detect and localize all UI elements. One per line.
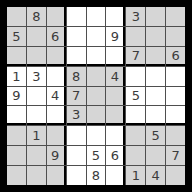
cell-r3c7[interactable]: 7 [126, 47, 145, 66]
cell-r7c9[interactable] [166, 126, 185, 145]
cell-r4c5[interactable] [87, 67, 106, 86]
cell-r8c6[interactable]: 6 [106, 146, 125, 165]
cell-r1c2[interactable]: 8 [27, 7, 46, 26]
cell-r4c9[interactable] [166, 67, 185, 86]
cell-r4c7[interactable] [126, 67, 145, 86]
cell-r6c1[interactable] [7, 106, 26, 125]
cell-r8c7[interactable] [126, 146, 145, 165]
cell-r2c7[interactable] [126, 27, 145, 46]
cell-r7c1[interactable] [7, 126, 26, 145]
cell-r5c9[interactable] [166, 87, 185, 106]
cell-r6c2[interactable] [27, 106, 46, 125]
cell-r8c9[interactable]: 7 [166, 146, 185, 165]
cell-r5c1[interactable]: 9 [7, 87, 26, 106]
cell-r2c8[interactable] [146, 27, 165, 46]
cell-r6c5[interactable] [87, 106, 106, 125]
sudoku-board: 8356976138494753159567814 [7, 7, 185, 185]
cell-r9c9[interactable] [166, 166, 185, 185]
cell-r7c3[interactable] [47, 126, 66, 145]
cell-r3c5[interactable] [87, 47, 106, 66]
cell-r6c9[interactable] [166, 106, 185, 125]
cell-r1c7[interactable]: 3 [126, 7, 145, 26]
cell-r7c2[interactable]: 1 [27, 126, 46, 145]
cell-r3c2[interactable] [27, 47, 46, 66]
cell-r6c7[interactable] [126, 106, 145, 125]
cell-r1c3[interactable] [47, 7, 66, 26]
cell-r2c5[interactable] [87, 27, 106, 46]
cell-r1c8[interactable] [146, 7, 165, 26]
cell-r5c7[interactable]: 5 [126, 87, 145, 106]
cell-r9c4[interactable] [67, 166, 86, 185]
cell-r5c6[interactable] [106, 87, 125, 106]
cell-r2c2[interactable] [27, 27, 46, 46]
cell-r4c1[interactable]: 1 [7, 67, 26, 86]
cell-r3c3[interactable] [47, 47, 66, 66]
cell-r8c3[interactable]: 9 [47, 146, 66, 165]
cell-r7c7[interactable] [126, 126, 145, 145]
cell-r6c3[interactable] [47, 106, 66, 125]
cell-r8c1[interactable] [7, 146, 26, 165]
cell-r7c4[interactable] [67, 126, 86, 145]
cell-r4c6[interactable]: 4 [106, 67, 125, 86]
cell-r8c2[interactable] [27, 146, 46, 165]
cell-r7c6[interactable] [106, 126, 125, 145]
cell-r9c6[interactable] [106, 166, 125, 185]
cell-r2c9[interactable] [166, 27, 185, 46]
cell-r1c1[interactable] [7, 7, 26, 26]
cell-r4c2[interactable]: 3 [27, 67, 46, 86]
cell-r2c3[interactable]: 6 [47, 27, 66, 46]
cell-r9c8[interactable]: 4 [146, 166, 165, 185]
cell-r4c8[interactable] [146, 67, 165, 86]
cell-r3c6[interactable] [106, 47, 125, 66]
cell-r4c3[interactable] [47, 67, 66, 86]
cell-r9c5[interactable]: 8 [87, 166, 106, 185]
cell-r9c1[interactable] [7, 166, 26, 185]
cell-r3c1[interactable] [7, 47, 26, 66]
cell-r3c4[interactable] [67, 47, 86, 66]
cell-r1c4[interactable] [67, 7, 86, 26]
cell-r8c5[interactable]: 5 [87, 146, 106, 165]
cell-r5c3[interactable]: 4 [47, 87, 66, 106]
cell-r2c1[interactable]: 5 [7, 27, 26, 46]
cell-r2c6[interactable]: 9 [106, 27, 125, 46]
cell-r5c2[interactable] [27, 87, 46, 106]
cell-r8c4[interactable] [67, 146, 86, 165]
cell-r7c8[interactable]: 5 [146, 126, 165, 145]
cell-r1c5[interactable] [87, 7, 106, 26]
cell-r2c4[interactable] [67, 27, 86, 46]
cell-r1c6[interactable] [106, 7, 125, 26]
cell-r9c2[interactable] [27, 166, 46, 185]
cell-r6c8[interactable] [146, 106, 165, 125]
cell-r6c6[interactable] [106, 106, 125, 125]
cell-r3c9[interactable]: 6 [166, 47, 185, 66]
cell-r8c8[interactable] [146, 146, 165, 165]
cell-r5c4[interactable]: 7 [67, 87, 86, 106]
cell-r1c9[interactable] [166, 7, 185, 26]
cell-r5c8[interactable] [146, 87, 165, 106]
cell-r5c5[interactable] [87, 87, 106, 106]
cell-r6c4[interactable]: 3 [67, 106, 86, 125]
cell-r7c5[interactable] [87, 126, 106, 145]
cell-r3c8[interactable] [146, 47, 165, 66]
cell-r9c3[interactable] [47, 166, 66, 185]
cell-r9c7[interactable]: 1 [126, 166, 145, 185]
sudoku-puzzle-frame: 8356976138494753159567814 [0, 0, 192, 192]
cell-r4c4[interactable]: 8 [67, 67, 86, 86]
